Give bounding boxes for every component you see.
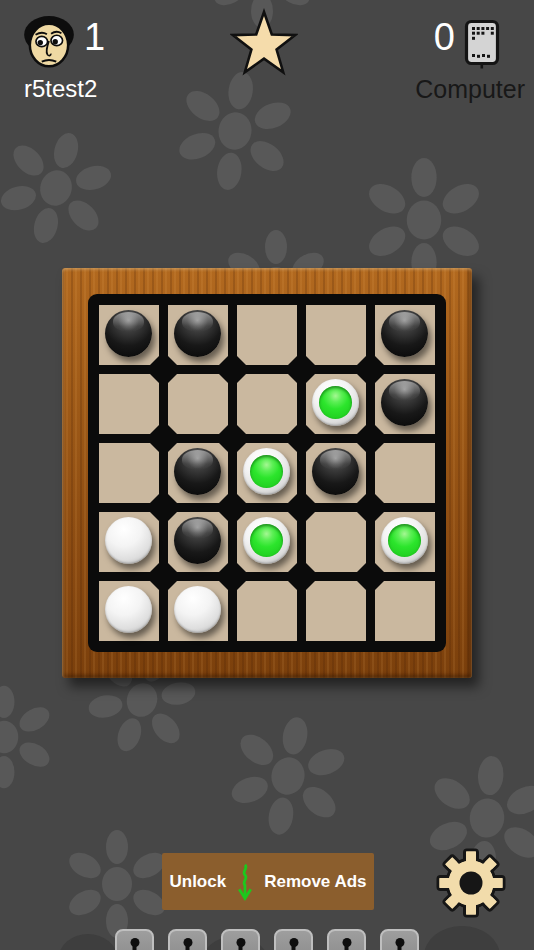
cell-square <box>168 374 228 434</box>
settings-gear-icon[interactable] <box>435 847 507 919</box>
black-piece[interactable] <box>174 448 221 495</box>
white-piece[interactable] <box>105 586 152 633</box>
cell-square <box>306 581 366 641</box>
cell-r3c4[interactable] <box>306 443 366 503</box>
keyhole <box>130 938 139 947</box>
cell-r1c1[interactable] <box>99 305 159 365</box>
keyhole <box>342 938 351 947</box>
black-piece[interactable] <box>381 310 428 357</box>
cell-r4c2[interactable] <box>168 512 228 572</box>
green-core <box>250 524 283 557</box>
game-board <box>62 268 472 678</box>
player-avatar-face-icon <box>20 13 78 71</box>
cell-r3c1[interactable] <box>99 443 159 503</box>
cell-r5c1[interactable] <box>99 581 159 641</box>
cell-r5c2[interactable] <box>168 581 228 641</box>
green-highlight-piece[interactable] <box>381 517 428 564</box>
opponent-name: Computer <box>415 75 525 104</box>
cell-r3c5[interactable] <box>375 443 435 503</box>
white-piece[interactable] <box>105 517 152 564</box>
green-core <box>319 386 352 419</box>
black-piece[interactable] <box>312 448 359 495</box>
green-highlight-piece[interactable] <box>243 517 290 564</box>
cell-r2c3[interactable] <box>237 374 297 434</box>
cell-r1c5[interactable] <box>375 305 435 365</box>
cell-square <box>99 443 159 503</box>
black-piece[interactable] <box>174 517 221 564</box>
keyhole <box>183 938 192 947</box>
locked-items-row <box>0 929 534 950</box>
cell-r4c5[interactable] <box>375 512 435 572</box>
keyhole <box>236 938 245 947</box>
cell-square <box>375 443 435 503</box>
cell-square <box>306 512 366 572</box>
star-icon <box>230 8 298 78</box>
cell-r4c1[interactable] <box>99 512 159 572</box>
cell-r3c3[interactable] <box>237 443 297 503</box>
keyhole-lock-icon[interactable] <box>168 929 207 950</box>
green-highlight-piece[interactable] <box>243 448 290 495</box>
player-name: r5test2 <box>24 75 97 103</box>
cell-r3c2[interactable] <box>168 443 228 503</box>
cell-square <box>375 581 435 641</box>
black-piece[interactable] <box>105 310 152 357</box>
unlock-label: Unlock <box>169 872 226 892</box>
green-core <box>250 455 283 488</box>
game-app-screen: 1 r5test2 0 Computer Unlock Remove Ad <box>0 0 534 950</box>
keyhole-lock-icon[interactable] <box>221 929 260 950</box>
cell-square <box>99 374 159 434</box>
board-grid <box>88 294 446 652</box>
remove-ads-label: Remove Ads <box>264 872 366 892</box>
unlock-remove-ads-button[interactable]: Unlock Remove Ads <box>162 853 374 910</box>
cell-r2c5[interactable] <box>375 374 435 434</box>
opponent-score: 0 <box>434 17 455 57</box>
cell-r2c2[interactable] <box>168 374 228 434</box>
green-core <box>388 524 421 557</box>
computer-icon <box>464 19 500 69</box>
cell-square <box>237 305 297 365</box>
cell-square <box>306 305 366 365</box>
cell-r4c4[interactable] <box>306 512 366 572</box>
cell-r4c3[interactable] <box>237 512 297 572</box>
cell-r1c4[interactable] <box>306 305 366 365</box>
keyhole-lock-icon[interactable] <box>380 929 419 950</box>
green-highlight-piece[interactable] <box>312 379 359 426</box>
white-piece[interactable] <box>174 586 221 633</box>
cell-r5c3[interactable] <box>237 581 297 641</box>
cell-r5c5[interactable] <box>375 581 435 641</box>
cell-r5c4[interactable] <box>306 581 366 641</box>
green-squiggle-down-arrow-icon <box>236 859 254 905</box>
cell-r1c3[interactable] <box>237 305 297 365</box>
cell-r2c4[interactable] <box>306 374 366 434</box>
keyhole <box>289 938 298 947</box>
cell-square <box>237 374 297 434</box>
keyhole-lock-icon[interactable] <box>274 929 313 950</box>
cell-square <box>237 581 297 641</box>
keyhole-lock-icon[interactable] <box>327 929 366 950</box>
black-piece[interactable] <box>381 379 428 426</box>
cell-r1c2[interactable] <box>168 305 228 365</box>
player-score: 1 <box>84 17 105 57</box>
black-piece[interactable] <box>174 310 221 357</box>
keyhole-lock-icon[interactable] <box>115 929 154 950</box>
keyhole <box>395 938 404 947</box>
cell-r2c1[interactable] <box>99 374 159 434</box>
